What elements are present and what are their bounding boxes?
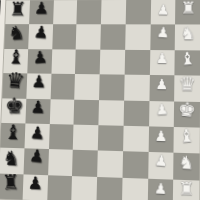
square-c5[interactable] xyxy=(75,49,100,74)
black-knight[interactable]: ♞ xyxy=(2,147,21,168)
chess-photo-scene: ♜♟♟♜♞♟♟♞♝♟♟♝♛♟♟♛♚♟♟♚♝♟♟♝♞♟♟♞♜♟♟♜ Chessme… xyxy=(0,0,200,200)
chess-board: ♜♟♟♜♞♟♟♞♝♟♟♝♛♟♟♛♚♟♟♚♝♟♟♝♞♟♟♞♜♟♟♜ Chessme… xyxy=(0,0,200,200)
black-knight[interactable]: ♞ xyxy=(8,23,26,44)
white-bishop[interactable]: ♝ xyxy=(179,50,196,68)
black-pawn[interactable]: ♟ xyxy=(34,0,49,16)
white-pawn[interactable]: ♟ xyxy=(156,25,170,40)
square-d2[interactable]: ♟ xyxy=(149,75,175,101)
black-pawn[interactable]: ♟ xyxy=(28,147,45,166)
white-pawn[interactable]: ♟ xyxy=(155,77,168,91)
square-e1[interactable]: ♚ xyxy=(174,101,200,127)
black-queen[interactable]: ♛ xyxy=(4,69,25,92)
square-b5[interactable] xyxy=(76,25,101,50)
square-g6[interactable] xyxy=(48,149,73,175)
square-f3[interactable] xyxy=(123,126,149,153)
square-g5[interactable] xyxy=(72,150,98,177)
square-b7[interactable]: ♟ xyxy=(28,25,53,50)
square-c4[interactable] xyxy=(100,49,125,74)
square-d4[interactable] xyxy=(99,74,124,100)
square-c2[interactable]: ♟ xyxy=(149,50,175,76)
square-f6[interactable] xyxy=(48,124,73,150)
square-e3[interactable] xyxy=(123,100,149,126)
white-pawn[interactable]: ♟ xyxy=(155,102,169,117)
black-rook[interactable]: ♜ xyxy=(9,0,27,18)
square-e5[interactable] xyxy=(74,99,99,125)
black-pawn[interactable]: ♟ xyxy=(32,23,48,40)
square-f1[interactable]: ♝ xyxy=(174,127,200,154)
white-knight[interactable]: ♞ xyxy=(178,154,195,173)
square-c3[interactable] xyxy=(124,50,149,75)
square-a3[interactable] xyxy=(125,0,150,25)
black-king[interactable]: ♚ xyxy=(4,95,24,118)
square-d5[interactable] xyxy=(74,74,99,100)
square-h5[interactable] xyxy=(71,176,97,200)
square-a6[interactable] xyxy=(53,0,78,24)
white-pawn[interactable]: ♟ xyxy=(153,181,167,196)
square-d7[interactable]: ♟ xyxy=(26,74,51,99)
white-rook[interactable]: ♜ xyxy=(178,180,194,198)
square-e6[interactable] xyxy=(49,99,74,125)
square-b4[interactable] xyxy=(100,25,125,50)
white-knight[interactable]: ♞ xyxy=(180,25,196,42)
black-pawn[interactable]: ♟ xyxy=(30,99,45,116)
white-pawn[interactable]: ♟ xyxy=(156,2,169,16)
square-h1[interactable]: ♜ xyxy=(173,179,199,200)
black-pawn[interactable]: ♟ xyxy=(31,74,46,91)
square-b1[interactable]: ♞ xyxy=(175,25,200,50)
square-h2[interactable]: ♟ xyxy=(147,178,173,200)
square-g1[interactable]: ♞ xyxy=(173,153,199,180)
black-bishop[interactable]: ♝ xyxy=(4,122,22,142)
board-grid: ♜♟♟♜♞♟♟♞♝♟♟♝♛♟♟♛♚♟♟♚♝♟♟♝♞♟♟♞♜♟♟♜ xyxy=(0,0,200,200)
square-g3[interactable] xyxy=(122,151,148,178)
black-pawn[interactable]: ♟ xyxy=(29,124,45,142)
square-h3[interactable] xyxy=(122,177,148,200)
square-h8[interactable]: ♜ xyxy=(0,173,23,200)
square-e7[interactable]: ♟ xyxy=(25,98,50,124)
square-f4[interactable] xyxy=(98,125,124,151)
square-g4[interactable] xyxy=(97,151,123,178)
square-e4[interactable] xyxy=(98,100,123,126)
white-pawn[interactable]: ♟ xyxy=(155,128,168,143)
square-h4[interactable] xyxy=(96,177,122,200)
white-queen[interactable]: ♛ xyxy=(178,75,196,94)
black-rook[interactable]: ♜ xyxy=(2,172,20,193)
square-a7[interactable]: ♟ xyxy=(29,0,54,24)
square-a5[interactable] xyxy=(77,0,102,25)
square-h7[interactable]: ♟ xyxy=(22,174,47,200)
square-h6[interactable] xyxy=(47,175,72,200)
white-bishop[interactable]: ♝ xyxy=(178,127,195,145)
square-e2[interactable]: ♟ xyxy=(149,101,175,127)
square-b6[interactable] xyxy=(52,25,77,50)
square-b3[interactable] xyxy=(125,25,150,50)
white-pawn[interactable]: ♟ xyxy=(156,52,169,66)
square-f5[interactable] xyxy=(73,124,98,150)
square-d6[interactable] xyxy=(50,74,75,99)
square-d3[interactable] xyxy=(124,75,150,101)
black-bishop[interactable]: ♝ xyxy=(7,48,25,67)
square-a1[interactable]: ♜ xyxy=(175,0,200,25)
square-a4[interactable] xyxy=(101,0,126,25)
black-pawn[interactable]: ♟ xyxy=(32,49,48,67)
square-g2[interactable]: ♟ xyxy=(148,152,174,179)
square-g7[interactable]: ♟ xyxy=(23,149,48,175)
square-a2[interactable]: ♟ xyxy=(150,0,175,25)
square-c6[interactable] xyxy=(51,49,76,74)
black-pawn[interactable]: ♟ xyxy=(27,174,43,192)
square-f2[interactable]: ♟ xyxy=(148,126,174,153)
white-rook[interactable]: ♜ xyxy=(180,0,196,17)
square-c7[interactable]: ♟ xyxy=(27,49,52,74)
square-b2[interactable]: ♟ xyxy=(150,25,175,50)
white-king[interactable]: ♚ xyxy=(177,99,196,120)
white-pawn[interactable]: ♟ xyxy=(154,153,168,169)
